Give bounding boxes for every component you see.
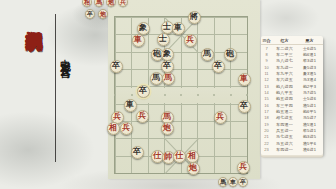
red-move: 车四进一 <box>272 147 297 152</box>
red-move: 车九平六 <box>272 71 297 76</box>
captured-piece-black: 卒 <box>238 177 248 187</box>
captured-piece-red: 炮 <box>98 9 108 19</box>
xiangqi-piece-black[interactable]: 馬 <box>201 48 214 61</box>
red-move: 车九进一 <box>272 65 297 70</box>
move-number: 23 <box>261 147 272 152</box>
river-mark <box>114 94 116 96</box>
xiangqi-commentary-screen: 刘汉象棋对局解说 中炮对反宫马 將象士車士砲象馬砲卒卒卒馬卒車卒卒車兵馬車兵兵馬… <box>0 0 336 189</box>
header-black: 黑方 <box>297 38 322 43</box>
move-number: 11 <box>261 71 272 76</box>
move-row[interactable]: 23车四进一将6进1 <box>261 147 323 153</box>
black-move: 卒3进1 <box>297 58 322 63</box>
river-mark <box>180 94 182 96</box>
move-row[interactable]: 20兵五进一卒5进1 <box>261 127 323 133</box>
black-move: 马5进7 <box>297 115 322 120</box>
river-mark <box>230 94 232 96</box>
move-row[interactable]: 11车九平六象3退5 <box>261 70 323 76</box>
xiangqi-piece-black[interactable]: 砲 <box>224 48 237 61</box>
red-move: 相七进五 <box>272 115 297 120</box>
xiangqi-piece-red[interactable]: 車 <box>238 73 251 86</box>
red-move: 车六进五 <box>272 77 297 82</box>
xiangqi-piece-black[interactable]: 象 <box>137 22 150 35</box>
captured-piece-red: 相 <box>82 0 92 7</box>
black-move: 象3退5 <box>297 71 322 76</box>
red-move: 车四退一 <box>272 122 297 127</box>
river-mark <box>164 94 166 96</box>
move-row[interactable]: 15炮五进四士5进6 <box>261 96 323 102</box>
xiangqi-piece-red[interactable]: 車 <box>132 34 145 47</box>
red-move: 兵五进一 <box>272 128 297 133</box>
move-rows: 7车二进六士6进58车二平三炮6退19马八进七卒3进110车九进一象5进311车… <box>261 45 323 153</box>
xiangqi-piece-red[interactable]: 兵 <box>136 110 149 123</box>
black-move: 炮3进5 <box>297 134 322 139</box>
xiangqi-piece-red[interactable]: 炮 <box>161 122 174 135</box>
move-number: 21 <box>261 134 272 139</box>
red-move: 车二平三 <box>272 52 297 57</box>
captured-piece-red: 馬 <box>94 0 104 7</box>
move-number: 7 <box>261 46 272 51</box>
red-move: 马八进七 <box>272 58 297 63</box>
move-number: 22 <box>261 141 272 146</box>
xiangqi-piece-red[interactable]: 馬 <box>162 72 175 85</box>
move-row[interactable]: 10车九进一象5进3 <box>261 64 323 70</box>
xiangqi-piece-red[interactable]: 炮 <box>187 162 200 175</box>
header-red: 红方 <box>272 38 297 43</box>
black-move: 将6进1 <box>297 147 322 152</box>
move-row[interactable]: 17炮五退二炮6平5 <box>261 108 323 114</box>
black-move: 士6进5 <box>297 46 322 51</box>
black-move: 象5进3 <box>297 65 322 70</box>
move-row[interactable]: 19车四退一将5退1 <box>261 121 323 127</box>
captured-piece-black: 卒 <box>85 9 95 19</box>
move-row[interactable]: 9马八进七卒3进1 <box>261 58 323 64</box>
red-move: 炮八平五 <box>272 90 297 95</box>
move-row[interactable]: 16车三平四将5进1 <box>261 102 323 108</box>
xiangqi-piece-red[interactable]: 兵 <box>184 34 197 47</box>
xiangqi-piece-black[interactable]: 車 <box>124 99 137 112</box>
captured-piece-black: 車 <box>228 177 238 187</box>
xiangqi-piece-black[interactable]: 卒 <box>238 100 251 113</box>
red-move: 马七进五 <box>272 134 297 139</box>
header-round: 回合 <box>261 38 272 43</box>
move-number: 13 <box>261 84 272 89</box>
move-row[interactable]: 21马七进五炮3进5 <box>261 134 323 140</box>
xiangqi-piece-black[interactable]: 將 <box>188 11 201 24</box>
xiangqi-piece-black[interactable]: 卒 <box>131 146 144 159</box>
xiangqi-piece-red[interactable]: 相 <box>107 122 120 135</box>
river-mark <box>213 94 215 96</box>
xiangqi-piece-red[interactable]: 兵 <box>214 111 227 124</box>
xiangqi-piece-black[interactable]: 馬 <box>150 72 163 85</box>
move-list-header: 回合 红方 黑方 <box>261 36 323 45</box>
opening-name-label: 中炮对反宫马 <box>58 51 72 139</box>
move-row[interactable]: 8车二平三炮6退1 <box>261 51 323 57</box>
xiangqi-piece-black[interactable]: 車 <box>172 22 185 35</box>
black-move: 炮6平5 <box>297 109 322 114</box>
red-move: 炮八进四 <box>272 84 297 89</box>
black-move: 炮6退1 <box>297 52 322 57</box>
vertical-divider <box>55 14 56 162</box>
black-move: 将5进1 <box>297 103 322 108</box>
xiangqi-piece-black[interactable]: 卒 <box>110 60 123 73</box>
move-list-panel: 回合 红方 黑方 7车二进六士6进58车二平三炮6退19马八进七卒3进110车九… <box>261 36 323 155</box>
move-number: 14 <box>261 90 272 95</box>
river-mark <box>197 94 199 96</box>
river-mark <box>246 94 248 96</box>
black-move: 士5进6 <box>297 96 322 101</box>
show-title: 刘汉象棋对局解说 <box>22 16 46 172</box>
black-move: 马3退4 <box>297 77 322 82</box>
red-move: 车三平四 <box>272 103 297 108</box>
move-row[interactable]: 12车六进五马3退4 <box>261 77 323 83</box>
move-row[interactable]: 22马五进六将5平6 <box>261 140 323 146</box>
river-mark <box>131 94 133 96</box>
xiangqi-piece-black[interactable]: 卒 <box>137 85 150 98</box>
move-number: 15 <box>261 96 272 101</box>
red-move: 马五进六 <box>272 141 297 146</box>
black-move: 卒5进1 <box>297 128 322 133</box>
move-number: 16 <box>261 103 272 108</box>
move-number: 12 <box>261 77 272 82</box>
xiangqi-piece-red[interactable]: 兵 <box>120 122 133 135</box>
move-number: 9 <box>261 58 272 63</box>
red-move: 炮五进四 <box>272 96 297 101</box>
xiangqi-piece-red[interactable]: 仕 <box>173 150 186 163</box>
xiangqi-board[interactable]: 將象士車士砲象馬砲卒卒卒馬卒車卒卒車兵馬車兵兵馬兵相兵炮仕帥仕相炮兵 <box>108 0 260 179</box>
black-move: 将5平6 <box>297 141 322 146</box>
move-number: 8 <box>261 52 272 57</box>
xiangqi-piece-black[interactable]: 象 <box>161 48 174 61</box>
red-move: 车二进六 <box>272 46 297 51</box>
xiangqi-piece-black[interactable]: 卒 <box>212 60 225 73</box>
move-row[interactable]: 7车二进六士6进5 <box>261 45 323 51</box>
move-number: 18 <box>261 115 272 120</box>
red-move: 炮五退二 <box>272 109 297 114</box>
black-move: 马7进5 <box>297 90 322 95</box>
black-move: 将5退1 <box>297 122 322 127</box>
move-row[interactable]: 14炮八平五马7进5 <box>261 89 323 95</box>
move-number: 17 <box>261 109 272 114</box>
xiangqi-piece-red[interactable]: 相 <box>186 150 199 163</box>
move-number: 10 <box>261 65 272 70</box>
black-move: 炮2平3 <box>297 84 322 89</box>
xiangqi-piece-red[interactable]: 兵 <box>237 161 250 174</box>
xiangqi-piece-black[interactable]: 卒 <box>161 60 174 73</box>
move-row[interactable]: 18相七进五马5进7 <box>261 115 323 121</box>
move-number: 19 <box>261 122 272 127</box>
move-number: 20 <box>261 128 272 133</box>
captured-piece-black: 馬 <box>218 177 228 187</box>
move-row[interactable]: 13炮八进四炮2平3 <box>261 83 323 89</box>
xiangqi-piece-black[interactable]: 士 <box>157 33 170 46</box>
